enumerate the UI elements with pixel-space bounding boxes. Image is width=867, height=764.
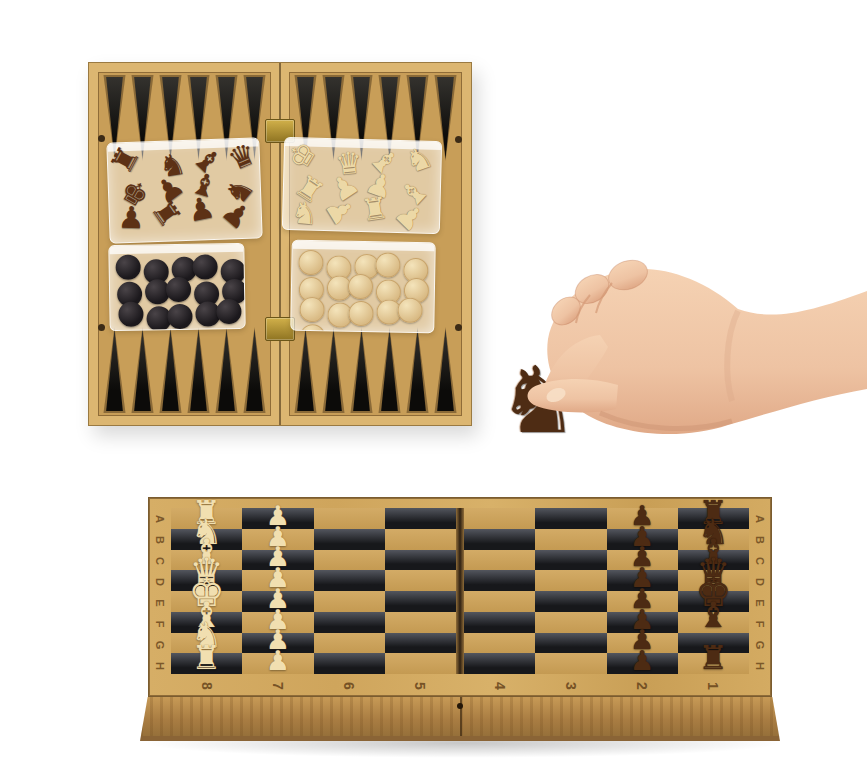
rank-label: 5: [412, 682, 428, 690]
backgammon-points-bottom-left: [102, 327, 267, 413]
backgammon-points-bottom-right: [293, 327, 458, 413]
bagged-checker-disc: [348, 301, 373, 326]
square-a3[interactable]: [535, 508, 606, 529]
square-h3[interactable]: [535, 653, 606, 674]
coordinate-label: C: [154, 557, 166, 565]
square-b5[interactable]: [385, 529, 456, 550]
rank-label: 6: [341, 682, 357, 690]
square-d5[interactable]: [385, 570, 456, 591]
board-hinge-seam: [456, 612, 464, 633]
square-c5[interactable]: [385, 550, 456, 571]
board-hinge-seam: [456, 591, 464, 612]
box-fold-seam: [279, 63, 281, 425]
backgammon-point: [321, 327, 346, 413]
bag-dark-chessmen: ♜♞♝♛♚♟♝♞♟♜♟♟: [106, 137, 262, 243]
board-grid: ♜♟♟♜♞♟♟♞♝♟♟♝♛♟♟♛♚♟♟♚♝♟♟♝♞♟♟♜♟♟♜: [171, 508, 749, 674]
board-hinge-seam: [456, 529, 464, 550]
coordinate-label: E: [154, 599, 166, 606]
bagged-checker-disc: [166, 277, 191, 302]
square-b3[interactable]: [535, 529, 606, 550]
board-hinge-seam: [456, 633, 464, 654]
backgammon-point: [130, 327, 155, 413]
bagged-piece: ♟: [117, 202, 145, 233]
bagged-checker-disc: [375, 252, 400, 277]
square-g3[interactable]: [535, 633, 606, 654]
piece-black-pawn[interactable]: ♟: [630, 647, 654, 674]
square-h4[interactable]: [464, 653, 535, 674]
square-g6[interactable]: [314, 633, 385, 654]
square-f3[interactable]: [535, 612, 606, 633]
magnet-dot: [98, 324, 105, 331]
coordinate-label: D: [154, 578, 166, 586]
bagged-checker-disc: [299, 297, 324, 322]
board-hinge-seam: [456, 570, 464, 591]
bagged-checker-disc: [397, 298, 422, 323]
backgammon-point: [186, 327, 211, 413]
square-f6[interactable]: [314, 612, 385, 633]
square-g4[interactable]: [464, 633, 535, 654]
coordinate-label: B: [754, 536, 766, 544]
bagged-piece: ♛: [224, 138, 260, 176]
piece-white-pawn[interactable]: ♟: [266, 647, 290, 674]
backgammon-box: ♜♞♝♛♚♟♝♞♟♜♟♟ ♚♛♝♞♜♟♟♝♞♟♜♟: [88, 62, 472, 426]
bagged-checker-disc: [192, 254, 217, 279]
magnet-dot: [455, 136, 462, 143]
rank-label: 4: [492, 682, 508, 690]
file-labels-left: ABCDEFGH: [152, 508, 168, 676]
coordinate-label: H: [754, 662, 766, 670]
square-d4[interactable]: [464, 570, 535, 591]
square-a4[interactable]: [464, 508, 535, 529]
backgammon-point: [214, 327, 239, 413]
backgammon-point: [242, 327, 267, 413]
backgammon-point: [433, 327, 458, 413]
board-playing-surface: ♜♟♟♜♞♟♟♞♝♟♟♝♛♟♟♛♚♟♟♚♝♟♟♝♞♟♟♜♟♟♜ ABCDEFGH…: [148, 497, 772, 697]
bag-light-chessmen: ♚♛♝♞♜♟♟♝♞♟♜♟: [282, 137, 442, 234]
square-e4[interactable]: [464, 591, 535, 612]
magnet-dot: [455, 324, 462, 331]
square-h6[interactable]: [314, 653, 385, 674]
backgammon-point: [405, 327, 430, 413]
bagged-piece: ♞: [401, 141, 436, 178]
coordinate-label: H: [154, 662, 166, 670]
held-black-knight[interactable]: ♞: [497, 349, 575, 453]
coordinate-label: D: [754, 578, 766, 586]
coordinate-label: G: [154, 640, 166, 649]
piece-black-rook[interactable]: ♜: [699, 641, 729, 674]
clasp-dot: [457, 703, 463, 709]
square-h7[interactable]: ♟: [242, 653, 313, 674]
coordinate-label: F: [754, 620, 766, 627]
chess-board: ♜♟♟♜♞♟♟♞♝♟♟♝♛♟♟♛♚♟♟♚♝♟♟♝♞♟♟♜♟♟♜ ABCDEFGH…: [148, 497, 772, 741]
bagged-checker-disc: [348, 274, 373, 299]
square-c3[interactable]: [535, 550, 606, 571]
square-f4[interactable]: [464, 612, 535, 633]
bagged-checker-disc: [216, 299, 241, 324]
coordinate-label: C: [754, 557, 766, 565]
rank-label: 7: [270, 682, 286, 690]
bagged-piece: ♜: [359, 193, 390, 227]
rank-label: 8: [199, 682, 215, 690]
square-h8[interactable]: ♜: [171, 653, 242, 674]
bagged-checker-disc: [118, 302, 143, 327]
piece-white-rook[interactable]: ♜: [192, 641, 222, 674]
coordinate-label: E: [754, 599, 766, 606]
square-d3[interactable]: [535, 570, 606, 591]
backgammon-point: [377, 327, 402, 413]
backgammon-point: [102, 327, 127, 413]
bagged-checker-disc: [167, 304, 192, 329]
rank-label: 3: [563, 682, 579, 690]
rank-label: 2: [634, 682, 650, 690]
product-photo-scene: ♜♞♝♛♚♟♝♞♟♜♟♟ ♚♛♝♞♜♟♟♝♞♟♜♟ ♜♟♟♜♞♟♟♞♝♟♟♝♛♟…: [0, 0, 867, 764]
coordinate-label: G: [754, 640, 766, 649]
bag-dark-checkers: [108, 243, 245, 331]
rank-label: 1: [705, 682, 721, 690]
square-a6[interactable]: [314, 508, 385, 529]
square-f1[interactable]: ♝: [678, 612, 749, 633]
coordinate-label: A: [154, 515, 166, 523]
board-hinge-seam: [456, 508, 464, 529]
square-e5[interactable]: [385, 591, 456, 612]
square-h2[interactable]: ♟: [607, 653, 678, 674]
bagged-checker-disc: [115, 255, 140, 280]
bagged-checker-disc: [298, 250, 323, 275]
square-g5[interactable]: [385, 633, 456, 654]
rank-labels-front: 87654321: [171, 676, 749, 695]
square-e3[interactable]: [535, 591, 606, 612]
board-hinge-seam: [456, 653, 464, 674]
coordinate-label: A: [754, 515, 766, 523]
backgammon-point: [349, 327, 374, 413]
backgammon-point: [293, 327, 318, 413]
coordinate-label: F: [154, 620, 166, 627]
square-e6[interactable]: [314, 591, 385, 612]
backgammon-point: [158, 327, 183, 413]
board-apron: [140, 697, 780, 741]
square-h5[interactable]: [385, 653, 456, 674]
coordinate-label: B: [154, 536, 166, 544]
file-labels-right: ABCDEFGH: [752, 508, 768, 676]
square-f5[interactable]: [385, 612, 456, 633]
bagged-piece: ♞: [290, 197, 320, 229]
bagged-piece: ♚: [282, 137, 322, 175]
board-hinge-seam: [456, 550, 464, 571]
square-b6[interactable]: [314, 529, 385, 550]
square-a5[interactable]: [385, 508, 456, 529]
square-b4[interactable]: [464, 529, 535, 550]
square-d6[interactable]: [314, 570, 385, 591]
square-h1[interactable]: ♜: [678, 653, 749, 674]
square-c4[interactable]: [464, 550, 535, 571]
piece-black-bishop[interactable]: ♝: [698, 598, 729, 633]
magnet-dot: [98, 135, 105, 142]
bagged-piece: ♜: [106, 141, 145, 179]
bag-light-checkers: [290, 240, 436, 333]
square-c6[interactable]: [314, 550, 385, 571]
